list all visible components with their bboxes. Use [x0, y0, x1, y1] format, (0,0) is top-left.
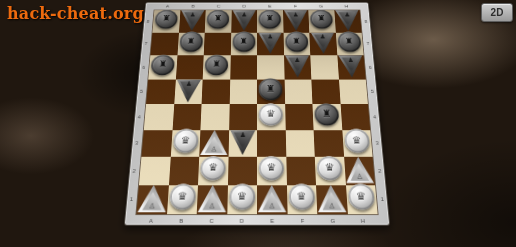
square-a4[interactable] [144, 104, 174, 130]
piece-stamp-glyph: ♜ [205, 60, 228, 69]
piece-dark-cone-f6[interactable]: ♟ [284, 55, 310, 77]
square-f5[interactable] [284, 79, 312, 104]
piece-dark-cone-h6[interactable]: ♟ [338, 55, 365, 77]
piece-stamp-glyph: ♛ [169, 191, 195, 202]
piece-dark-disc-f7[interactable]: ♜ [285, 32, 308, 52]
piece-dark-cone-g7[interactable]: ♟ [310, 32, 336, 54]
piece-light-cone-h2[interactable]: ♙ [345, 157, 374, 183]
piece-light-disc-b3[interactable]: ♛ [173, 129, 199, 152]
square-g3[interactable] [314, 130, 344, 157]
piece-stamp-glyph: ♜ [315, 109, 340, 119]
coordinate-label: D [227, 215, 257, 226]
chessboard: ABCDEFGH ABCDEFGH 87654321 87654321 ♜♟♜♟… [124, 2, 390, 226]
square-a2[interactable] [139, 157, 170, 185]
coordinate-label: C [206, 2, 232, 10]
piece-light-disc-e4[interactable]: ♛ [259, 103, 283, 125]
square-f3[interactable] [285, 130, 314, 157]
square-b7[interactable]: ♜ [177, 32, 205, 55]
piece-dark-disc-a8[interactable]: ♜ [155, 10, 179, 29]
watermark-text: hack-cheat.org [7, 4, 144, 23]
square-g2[interactable]: ♛ [315, 157, 346, 185]
piece-light-disc-d1[interactable]: ♛ [229, 184, 255, 209]
piece-stamp-glyph: ♜ [259, 84, 283, 93]
square-f6[interactable]: ♟ [284, 55, 312, 79]
square-h2[interactable]: ♙ [344, 157, 375, 185]
coordinate-label: 6 [364, 55, 376, 79]
piece-stamp-glyph: ♛ [201, 163, 226, 174]
square-f2[interactable] [286, 157, 316, 185]
square-e2[interactable]: ♛ [257, 157, 287, 185]
piece-dark-disc-g4[interactable]: ♜ [314, 103, 339, 125]
square-f8[interactable]: ♟ [283, 10, 310, 32]
piece-stamp-glyph: ♟ [258, 34, 283, 40]
square-a3[interactable] [141, 130, 172, 157]
square-d1[interactable]: ♛ [227, 185, 257, 214]
square-f1[interactable]: ♛ [287, 185, 318, 214]
square-c8[interactable]: ♜ [205, 10, 232, 32]
piece-stamp-glyph: ♟ [232, 11, 256, 17]
piece-stamp-glyph: ♛ [317, 163, 343, 174]
square-d6[interactable] [230, 55, 257, 79]
piece-stamp-glyph: ♛ [259, 163, 284, 174]
square-e1[interactable]: ♙ [257, 185, 287, 214]
square-a5[interactable] [146, 79, 175, 104]
square-b1[interactable]: ♛ [167, 185, 198, 214]
square-e7[interactable]: ♟ [257, 32, 284, 55]
square-h5[interactable] [339, 79, 368, 104]
piece-dark-disc-e5[interactable]: ♜ [259, 79, 283, 100]
square-g5[interactable] [311, 79, 340, 104]
piece-light-disc-b1[interactable]: ♛ [169, 184, 196, 209]
coordinate-label: 7 [362, 32, 373, 55]
square-c7[interactable] [204, 32, 231, 55]
square-b2[interactable] [168, 157, 199, 185]
piece-light-cone-a1[interactable]: ♙ [137, 185, 167, 213]
coordinate-label: A [154, 2, 180, 10]
square-g4[interactable]: ♜ [312, 104, 341, 130]
coordinate-label: D [231, 2, 257, 10]
piece-dark-cone-d8[interactable]: ♟ [232, 10, 257, 31]
file-labels-top: ABCDEFGH [154, 2, 359, 10]
piece-stamp-glyph: ♛ [173, 135, 198, 145]
square-h7[interactable]: ♜ [335, 32, 363, 55]
piece-stamp-glyph: ♙ [198, 202, 226, 210]
piece-light-disc-e2[interactable]: ♛ [259, 156, 284, 180]
piece-stamp-glyph: ♜ [180, 37, 203, 46]
coordinate-label: H [348, 215, 379, 226]
piece-stamp-glyph: ♟ [310, 34, 335, 40]
coordinate-label: 3 [371, 130, 383, 157]
square-b5[interactable]: ♟ [174, 79, 203, 104]
square-d8[interactable]: ♟ [231, 10, 257, 32]
piece-stamp-glyph: ♜ [207, 15, 229, 23]
piece-dark-cone-b5[interactable]: ♟ [175, 79, 202, 102]
piece-stamp-glyph: ♟ [283, 11, 307, 17]
square-a1[interactable]: ♙ [136, 185, 168, 214]
coordinate-label: G [308, 2, 334, 10]
piece-dark-cone-h8[interactable]: ♟ [335, 10, 361, 31]
piece-light-disc-g2[interactable]: ♛ [317, 156, 343, 180]
square-g8[interactable]: ♜ [308, 10, 335, 32]
square-b6[interactable] [175, 55, 203, 79]
piece-stamp-glyph: ♜ [285, 37, 308, 46]
piece-stamp-glyph: ♛ [259, 109, 283, 119]
piece-stamp-glyph: ♙ [258, 202, 286, 210]
piece-stamp-glyph: ♛ [289, 191, 315, 202]
piece-stamp-glyph: ♙ [200, 145, 227, 153]
coordinate-label: E [257, 215, 287, 226]
piece-stamp-glyph: ♜ [155, 15, 178, 23]
file-labels-bottom: ABCDEFGH [135, 215, 378, 226]
coordinate-label: E [257, 2, 283, 10]
piece-light-cone-g1[interactable]: ♙ [317, 185, 347, 213]
square-f7[interactable]: ♜ [283, 32, 310, 55]
square-d3[interactable]: ♟ [228, 130, 257, 157]
piece-light-disc-h1[interactable]: ♛ [348, 184, 376, 209]
piece-light-disc-h3[interactable]: ♛ [344, 129, 370, 152]
square-a8[interactable]: ♜ [152, 10, 180, 32]
piece-light-cone-e1[interactable]: ♙ [258, 185, 286, 213]
square-f4[interactable] [285, 104, 314, 130]
piece-stamp-glyph: ♜ [310, 15, 333, 23]
square-d2[interactable] [227, 157, 257, 185]
piece-dark-disc-c6[interactable]: ♜ [205, 55, 229, 75]
piece-dark-cone-f8[interactable]: ♟ [283, 10, 308, 31]
piece-stamp-glyph: ♟ [284, 57, 309, 64]
piece-dark-disc-g8[interactable]: ♜ [310, 10, 333, 29]
coordinate-label: B [166, 215, 197, 226]
coordinate-label: F [282, 2, 308, 10]
square-a6[interactable]: ♜ [148, 55, 177, 79]
coordinate-label: 8 [142, 10, 153, 32]
piece-dark-cone-b8[interactable]: ♟ [179, 10, 204, 31]
coordinate-label: 2 [373, 157, 386, 185]
square-h6[interactable]: ♟ [337, 55, 366, 79]
piece-stamp-glyph: ♙ [318, 202, 347, 210]
coordinate-label: G [317, 215, 348, 226]
app-screen: hack-cheat.org 2D ABCDEFGH ABCDEFGH 8765… [0, 0, 516, 247]
coordinate-label: C [196, 215, 227, 226]
square-c2[interactable]: ♛ [198, 157, 228, 185]
piece-stamp-glyph: ♟ [176, 81, 202, 88]
square-e4[interactable]: ♛ [257, 104, 285, 130]
piece-stamp-glyph: ♙ [346, 173, 374, 181]
piece-stamp-glyph: ♙ [138, 202, 167, 210]
piece-dark-disc-b7[interactable]: ♜ [179, 32, 203, 52]
square-e5[interactable]: ♜ [257, 79, 285, 104]
piece-stamp-glyph: ♛ [229, 191, 255, 202]
piece-light-cone-c3[interactable]: ♙ [200, 130, 228, 155]
coordinate-label: F [287, 215, 318, 226]
square-a7[interactable] [150, 32, 178, 55]
square-h4[interactable] [340, 104, 370, 130]
piece-dark-disc-d7[interactable]: ♜ [232, 32, 255, 52]
coordinate-label: B [180, 2, 206, 10]
board-grid: ♜♟♜♟♜♟♜♟♜♜♟♜♟♜♜♜♟♟♟♜♛♜♛♙♟♛♛♛♛♙♙♛♙♛♙♛♙♛ [136, 10, 377, 214]
piece-stamp-glyph: ♟ [335, 11, 360, 17]
square-c6[interactable]: ♜ [203, 55, 231, 79]
coordinate-label: H [333, 2, 359, 10]
piece-light-disc-c2[interactable]: ♛ [200, 156, 226, 180]
square-c4[interactable] [200, 104, 229, 130]
piece-light-cone-c1[interactable]: ♙ [198, 185, 227, 213]
piece-dark-disc-a6[interactable]: ♜ [151, 55, 176, 75]
square-h1[interactable]: ♛ [346, 185, 378, 214]
piece-stamp-glyph: ♟ [229, 131, 256, 139]
coordinate-label: 5 [367, 79, 379, 104]
view-2d-toggle-button[interactable]: 2D [481, 3, 513, 22]
coordinate-label: 1 [376, 185, 389, 214]
square-d4[interactable] [229, 104, 257, 130]
square-b3[interactable]: ♛ [170, 130, 200, 157]
piece-light-disc-f1[interactable]: ♛ [289, 184, 315, 209]
square-d7[interactable]: ♜ [230, 32, 257, 55]
square-e6[interactable] [257, 55, 284, 79]
square-h8[interactable]: ♟ [334, 10, 362, 32]
piece-stamp-glyph: ♟ [180, 11, 205, 17]
piece-dark-disc-h7[interactable]: ♜ [337, 32, 361, 52]
coordinate-label: A [135, 215, 166, 226]
square-c1[interactable]: ♙ [197, 185, 228, 214]
square-g6[interactable] [310, 55, 338, 79]
square-g7[interactable]: ♟ [309, 32, 337, 55]
piece-dark-disc-e8[interactable]: ♜ [259, 10, 281, 29]
square-g1[interactable]: ♙ [316, 185, 347, 214]
piece-stamp-glyph: ♜ [151, 60, 175, 69]
coordinate-label: 4 [369, 104, 381, 130]
square-d5[interactable] [229, 79, 257, 104]
piece-dark-cone-e7[interactable]: ♟ [258, 32, 283, 54]
square-c3[interactable]: ♙ [199, 130, 228, 157]
piece-stamp-glyph: ♟ [338, 57, 364, 64]
piece-stamp-glyph: ♜ [259, 15, 281, 23]
piece-dark-disc-c8[interactable]: ♜ [207, 10, 230, 29]
square-h3[interactable]: ♛ [342, 130, 373, 157]
piece-stamp-glyph: ♜ [338, 37, 361, 46]
piece-stamp-glyph: ♜ [232, 37, 255, 46]
piece-dark-cone-d3[interactable]: ♟ [229, 130, 256, 155]
piece-stamp-glyph: ♛ [344, 135, 369, 145]
square-c5[interactable] [202, 79, 230, 104]
piece-stamp-glyph: ♛ [348, 191, 374, 202]
square-e8[interactable]: ♜ [257, 10, 283, 32]
square-e3[interactable] [257, 130, 286, 157]
square-b4[interactable] [172, 104, 201, 130]
square-b8[interactable]: ♟ [179, 10, 206, 32]
coordinate-label: 8 [360, 10, 371, 32]
